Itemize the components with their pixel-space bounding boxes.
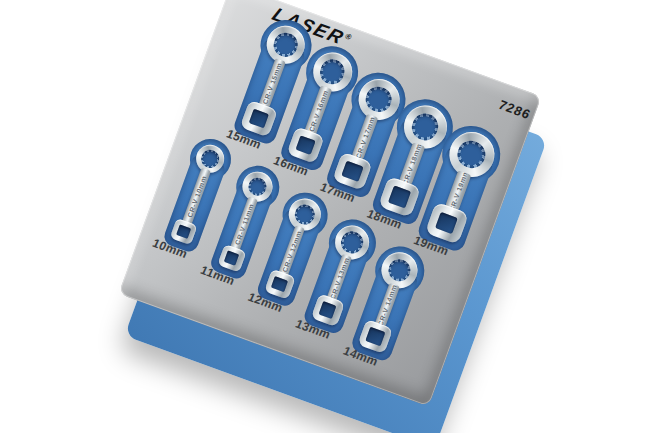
ring-hole-12pt — [408, 110, 442, 144]
square-drive-hole — [176, 224, 191, 239]
square-drive-hole — [388, 186, 411, 209]
square-drive-hole — [366, 327, 385, 346]
square-drive-hole — [271, 276, 288, 293]
square-drive-hole — [342, 161, 364, 182]
square-drive-hole — [318, 301, 336, 319]
square-drive-hole — [435, 211, 459, 234]
product-photo: LASER® 7286 CR-V 15mm15mmCR-V 16mm16mmCR… — [0, 0, 650, 433]
ring-hole-12pt — [385, 256, 414, 285]
ring-hole-12pt — [339, 229, 366, 256]
square-drive-hole — [249, 108, 270, 128]
ring-hole-12pt — [362, 83, 395, 116]
square-drive-hole — [224, 250, 240, 265]
ring-hole-12pt — [317, 56, 348, 87]
ring-hole-12pt — [271, 30, 301, 60]
part-number: 7286 — [496, 97, 534, 122]
ring-hole-12pt — [199, 148, 221, 170]
ring-hole-12pt — [454, 137, 490, 173]
ring-hole-12pt — [246, 175, 270, 199]
ring-hole-12pt — [292, 202, 317, 227]
square-drive-hole — [295, 135, 316, 155]
